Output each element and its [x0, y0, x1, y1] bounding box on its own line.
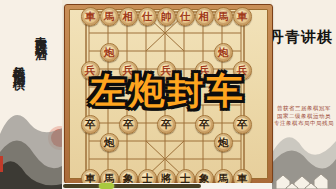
progress-strip: [62, 183, 272, 189]
piece-p-r6f6[interactable]: 卒: [195, 115, 214, 134]
piece-c-r7f7[interactable]: 炮: [214, 133, 233, 152]
video-title-overlay: 左炮封车: [64, 67, 271, 116]
piece-B-r0f2[interactable]: 相: [119, 7, 138, 26]
piece-p-r6f8[interactable]: 卒: [233, 115, 252, 134]
piece-c-r7f1[interactable]: 炮: [100, 133, 119, 152]
channel-title: 丹青讲棋: [266, 28, 336, 47]
caption-line: 曾获省三届象棋冠军: [274, 105, 334, 113]
poem-line-1: 青山不厌三杯酒: [34, 26, 48, 40]
piece-p-r6f2[interactable]: 卒: [119, 115, 138, 134]
piece-A-r0f3[interactable]: 仕: [138, 7, 157, 26]
progress-marker[interactable]: [99, 183, 114, 189]
piece-K-r0f4[interactable]: 帥: [157, 7, 176, 26]
progress-bar-track[interactable]: [63, 184, 201, 188]
piece-C-r2f7[interactable]: 炮: [214, 43, 233, 62]
red-seal-accent: [0, 156, 3, 172]
left-decor-panel: 青山不厌三杯酒 长日惟消一局棋: [0, 0, 62, 189]
piece-B-r0f6[interactable]: 相: [195, 7, 214, 26]
poem-line-2: 长日惟消一局棋: [12, 56, 26, 70]
piece-R-r0f0[interactable]: 車: [81, 7, 100, 26]
piece-p-r6f4[interactable]: 卒: [157, 115, 176, 134]
piece-R-r0f8[interactable]: 車: [233, 7, 252, 26]
video-frame: 青山不厌三杯酒 长日惟消一局棋 丹青讲棋 曾获省三届象棋冠军 国家二级象棋运动员…: [0, 0, 336, 189]
piece-N-r0f7[interactable]: 馬: [214, 7, 233, 26]
piece-p-r6f0[interactable]: 卒: [81, 115, 100, 134]
piece-N-r0f1[interactable]: 馬: [100, 7, 119, 26]
piece-A-r0f5[interactable]: 仕: [176, 7, 195, 26]
ink-mountains-right: [272, 119, 336, 189]
piece-C-r2f1[interactable]: 炮: [100, 43, 119, 62]
right-decor-panel: 丹青讲棋 曾获省三届象棋冠军 国家二级象棋运动员 专注象棋布局中局残局: [272, 0, 336, 189]
ink-mountains-left: [0, 94, 62, 189]
